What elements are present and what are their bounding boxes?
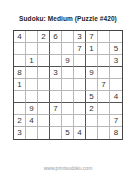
cell-r6c5[interactable]	[62, 91, 74, 103]
cell-r8c4[interactable]	[50, 115, 62, 127]
cell-r5c3[interactable]	[38, 79, 50, 91]
cell-r3c8[interactable]	[98, 55, 110, 67]
cell-r3c2[interactable]: 1	[26, 55, 38, 67]
cell-r1c3[interactable]: 2	[38, 31, 50, 43]
cell-r2c4[interactable]	[50, 43, 62, 55]
cell-r4c2[interactable]	[26, 67, 38, 79]
cell-r9c8[interactable]	[98, 127, 110, 139]
sudoku-board: 4263771519383917549722473548	[13, 30, 123, 140]
cell-r9c4[interactable]	[50, 127, 62, 139]
cell-r5c6[interactable]	[74, 79, 86, 91]
cell-r7c8[interactable]	[98, 103, 110, 115]
cell-r2c1[interactable]	[14, 43, 26, 55]
cell-r6c1[interactable]	[14, 91, 26, 103]
cell-r6c2[interactable]	[26, 91, 38, 103]
cell-r5c9[interactable]	[110, 79, 122, 91]
cell-r4c9[interactable]	[110, 67, 122, 79]
cell-r9c2[interactable]	[26, 127, 38, 139]
cell-r7c6[interactable]	[74, 103, 86, 115]
cell-r1c6[interactable]: 3	[74, 31, 86, 43]
cell-r5c4[interactable]	[50, 79, 62, 91]
cell-r1c4[interactable]: 6	[50, 31, 62, 43]
cell-r3c3[interactable]	[38, 55, 50, 67]
source-url: www.printsudoku.com	[0, 165, 136, 171]
cell-r1c5[interactable]	[62, 31, 74, 43]
cell-r5c8[interactable]: 7	[98, 79, 110, 91]
cell-r6c6[interactable]	[74, 91, 86, 103]
cell-r7c5[interactable]	[62, 103, 74, 115]
cell-r2c2[interactable]	[26, 43, 38, 55]
cell-r5c5[interactable]	[62, 79, 74, 91]
cell-r8c8[interactable]	[98, 115, 110, 127]
cell-r6c8[interactable]	[98, 91, 110, 103]
cell-r7c4[interactable]: 7	[50, 103, 62, 115]
cell-r8c5[interactable]	[62, 115, 74, 127]
cell-r6c3[interactable]	[38, 91, 50, 103]
cell-r9c6[interactable]: 4	[74, 127, 86, 139]
cell-r5c7[interactable]	[86, 79, 98, 91]
cell-r9c1[interactable]: 3	[14, 127, 26, 139]
cell-r4c1[interactable]: 8	[14, 67, 26, 79]
cell-r5c2[interactable]	[26, 79, 38, 91]
cell-r9c7[interactable]	[86, 127, 98, 139]
cell-r3c7[interactable]	[86, 55, 98, 67]
cell-r2c5[interactable]	[62, 43, 74, 55]
cell-r1c9[interactable]	[110, 31, 122, 43]
cell-r7c1[interactable]	[14, 103, 26, 115]
cell-r4c4[interactable]: 3	[50, 67, 62, 79]
cell-r2c8[interactable]	[98, 43, 110, 55]
sudoku-sheet: Sudoku: Medium (Puzzle #420) 42637715193…	[0, 0, 136, 176]
cell-r7c7[interactable]: 2	[86, 103, 98, 115]
cell-r8c2[interactable]: 4	[26, 115, 38, 127]
cell-r1c7[interactable]: 7	[86, 31, 98, 43]
cell-r4c8[interactable]	[98, 67, 110, 79]
cell-r1c8[interactable]	[98, 31, 110, 43]
cell-r2c3[interactable]	[38, 43, 50, 55]
cell-r3c1[interactable]	[14, 55, 26, 67]
puzzle-title: Sudoku: Medium (Puzzle #420)	[0, 15, 136, 22]
cell-r6c7[interactable]: 5	[86, 91, 98, 103]
cell-r8c3[interactable]	[38, 115, 50, 127]
cell-r5c1[interactable]: 1	[14, 79, 26, 91]
cell-r4c6[interactable]	[74, 67, 86, 79]
cell-r3c4[interactable]	[50, 55, 62, 67]
cell-r2c7[interactable]: 1	[86, 43, 98, 55]
cell-r7c3[interactable]	[38, 103, 50, 115]
cell-r6c9[interactable]: 4	[110, 91, 122, 103]
cell-r8c6[interactable]	[74, 115, 86, 127]
cell-r1c2[interactable]	[26, 31, 38, 43]
cell-r1c1[interactable]: 4	[14, 31, 26, 43]
cell-r3c5[interactable]: 9	[62, 55, 74, 67]
cell-r7c2[interactable]: 9	[26, 103, 38, 115]
cell-r2c9[interactable]: 5	[110, 43, 122, 55]
cell-r8c1[interactable]: 2	[14, 115, 26, 127]
cell-r6c4[interactable]	[50, 91, 62, 103]
cell-r2c6[interactable]: 7	[74, 43, 86, 55]
cell-r4c7[interactable]: 9	[86, 67, 98, 79]
cell-r9c5[interactable]: 5	[62, 127, 74, 139]
cell-r3c9[interactable]: 3	[110, 55, 122, 67]
cell-r7c9[interactable]	[110, 103, 122, 115]
cell-r8c9[interactable]: 7	[110, 115, 122, 127]
cell-r4c3[interactable]	[38, 67, 50, 79]
cell-r9c3[interactable]	[38, 127, 50, 139]
cell-r3c6[interactable]	[74, 55, 86, 67]
cell-r4c5[interactable]	[62, 67, 74, 79]
cell-r8c7[interactable]	[86, 115, 98, 127]
cell-r9c9[interactable]: 8	[110, 127, 122, 139]
